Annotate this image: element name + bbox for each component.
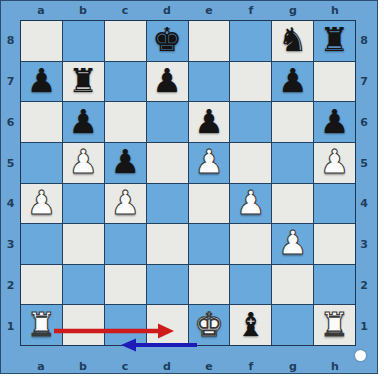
piece-black-pawn[interactable]: ♟ — [69, 105, 99, 138]
square-b6[interactable]: ♟ — [63, 102, 104, 142]
square-g5[interactable] — [272, 143, 313, 183]
piece-black-rook[interactable]: ♜ — [69, 64, 99, 97]
square-e6[interactable]: ♟ — [189, 102, 230, 142]
square-b4[interactable] — [63, 184, 104, 224]
square-b5[interactable]: ♟ — [63, 143, 104, 183]
square-h3[interactable] — [314, 224, 355, 264]
square-e1[interactable]: ♚ — [189, 305, 230, 345]
square-g8[interactable]: ♞ — [272, 21, 313, 61]
rank-label-right-8: 8 — [360, 34, 368, 47]
chess-board: ♚♞♜♟♜♟♟♟♟♟♟♟♟♟♟♟♟♟♜♚♝♜ — [20, 20, 356, 346]
square-c5[interactable]: ♟ — [105, 143, 146, 183]
piece-white-rook[interactable]: ♜ — [27, 308, 57, 341]
piece-black-king[interactable]: ♚ — [152, 23, 182, 56]
square-f7[interactable] — [230, 62, 271, 102]
square-d4[interactable] — [147, 184, 188, 224]
rank-label-left-6: 6 — [7, 115, 15, 128]
piece-black-knight[interactable]: ♞ — [278, 23, 308, 56]
rank-label-left-2: 2 — [7, 278, 15, 291]
piece-black-bishop[interactable]: ♝ — [236, 308, 266, 341]
square-a7[interactable]: ♟ — [21, 62, 62, 102]
square-g2[interactable] — [272, 265, 313, 305]
piece-black-rook[interactable]: ♜ — [320, 23, 350, 56]
square-e2[interactable] — [189, 265, 230, 305]
square-c2[interactable] — [105, 265, 146, 305]
piece-black-pawn[interactable]: ♟ — [194, 105, 224, 138]
square-a3[interactable] — [21, 224, 62, 264]
file-label-bottom-b: b — [79, 360, 87, 373]
piece-white-pawn[interactable]: ♟ — [236, 186, 266, 219]
piece-white-pawn[interactable]: ♟ — [194, 145, 224, 178]
file-label-top-b: b — [79, 4, 87, 17]
square-d7[interactable]: ♟ — [147, 62, 188, 102]
square-g3[interactable]: ♟ — [272, 224, 313, 264]
rank-label-left-3: 3 — [7, 238, 15, 251]
square-h1[interactable]: ♜ — [314, 305, 355, 345]
piece-white-pawn[interactable]: ♟ — [69, 145, 99, 178]
rank-label-left-8: 8 — [7, 34, 15, 47]
square-d3[interactable] — [147, 224, 188, 264]
square-h2[interactable] — [314, 265, 355, 305]
square-f2[interactable] — [230, 265, 271, 305]
square-d6[interactable] — [147, 102, 188, 142]
square-d5[interactable] — [147, 143, 188, 183]
square-c7[interactable] — [105, 62, 146, 102]
piece-white-pawn[interactable]: ♟ — [278, 226, 308, 259]
rank-label-right-3: 3 — [360, 238, 368, 251]
square-f1[interactable]: ♝ — [230, 305, 271, 345]
file-label-bottom-h: h — [331, 360, 339, 373]
square-c1[interactable] — [105, 305, 146, 345]
square-c8[interactable] — [105, 21, 146, 61]
square-h6[interactable]: ♟ — [314, 102, 355, 142]
square-f6[interactable] — [230, 102, 271, 142]
rank-label-right-2: 2 — [360, 278, 368, 291]
square-h4[interactable] — [314, 184, 355, 224]
piece-black-pawn[interactable]: ♟ — [278, 64, 308, 97]
file-label-top-a: a — [37, 4, 44, 17]
square-a5[interactable] — [21, 143, 62, 183]
rank-label-right-6: 6 — [360, 115, 368, 128]
piece-white-pawn[interactable]: ♟ — [320, 145, 350, 178]
square-g7[interactable]: ♟ — [272, 62, 313, 102]
rank-label-right-4: 4 — [360, 197, 368, 210]
file-label-bottom-d: d — [163, 360, 171, 373]
file-label-top-e: e — [205, 4, 212, 17]
chess-app-frame: ♚♞♜♟♜♟♟♟♟♟♟♟♟♟♟♟♟♟♜♚♝♜ aabbccddeeffgghh8… — [0, 0, 384, 378]
piece-black-pawn[interactable]: ♟ — [152, 64, 182, 97]
file-label-top-h: h — [331, 4, 339, 17]
square-c6[interactable] — [105, 102, 146, 142]
square-e3[interactable] — [189, 224, 230, 264]
file-label-top-g: g — [289, 4, 297, 17]
file-label-top-f: f — [249, 4, 254, 17]
square-b2[interactable] — [63, 265, 104, 305]
piece-white-pawn[interactable]: ♟ — [27, 186, 57, 219]
file-label-bottom-f: f — [249, 360, 254, 373]
square-a4[interactable]: ♟ — [21, 184, 62, 224]
square-c3[interactable] — [105, 224, 146, 264]
square-h5[interactable]: ♟ — [314, 143, 355, 183]
piece-black-pawn[interactable]: ♟ — [320, 105, 350, 138]
square-f5[interactable] — [230, 143, 271, 183]
square-d8[interactable]: ♚ — [147, 21, 188, 61]
square-g1[interactable] — [272, 305, 313, 345]
rank-label-right-1: 1 — [360, 319, 368, 332]
square-b1[interactable] — [63, 305, 104, 345]
rank-label-right-5: 5 — [360, 156, 368, 169]
file-label-bottom-a: a — [37, 360, 44, 373]
square-f4[interactable]: ♟ — [230, 184, 271, 224]
square-b8[interactable] — [63, 21, 104, 61]
square-c4[interactable]: ♟ — [105, 184, 146, 224]
piece-white-pawn[interactable]: ♟ — [110, 186, 140, 219]
square-f8[interactable] — [230, 21, 271, 61]
file-label-bottom-c: c — [122, 360, 129, 373]
piece-white-rook[interactable]: ♜ — [320, 308, 350, 341]
square-h7[interactable] — [314, 62, 355, 102]
square-f3[interactable] — [230, 224, 271, 264]
rank-label-left-1: 1 — [7, 319, 15, 332]
piece-black-pawn[interactable]: ♟ — [27, 64, 57, 97]
file-label-bottom-g: g — [289, 360, 297, 373]
rank-label-right-7: 7 — [360, 75, 368, 88]
square-d2[interactable] — [147, 265, 188, 305]
square-a6[interactable] — [21, 102, 62, 142]
square-e5[interactable]: ♟ — [189, 143, 230, 183]
square-g4[interactable] — [272, 184, 313, 224]
square-a8[interactable] — [21, 21, 62, 61]
square-d1[interactable] — [147, 305, 188, 345]
square-e8[interactable] — [189, 21, 230, 61]
rank-label-left-4: 4 — [7, 197, 15, 210]
square-a2[interactable] — [21, 265, 62, 305]
piece-white-king[interactable]: ♚ — [194, 308, 224, 341]
square-e7[interactable] — [189, 62, 230, 102]
file-label-top-c: c — [122, 4, 129, 17]
square-e4[interactable] — [189, 184, 230, 224]
piece-black-pawn[interactable]: ♟ — [110, 145, 140, 178]
square-b3[interactable] — [63, 224, 104, 264]
rank-label-left-7: 7 — [7, 75, 15, 88]
square-a1[interactable]: ♜ — [21, 305, 62, 345]
square-g6[interactable] — [272, 102, 313, 142]
file-label-bottom-e: e — [205, 360, 212, 373]
rank-label-left-5: 5 — [7, 156, 15, 169]
square-b7[interactable]: ♜ — [63, 62, 104, 102]
file-label-top-d: d — [163, 4, 171, 17]
white-to-move-indicator — [355, 350, 366, 361]
square-h8[interactable]: ♜ — [314, 21, 355, 61]
